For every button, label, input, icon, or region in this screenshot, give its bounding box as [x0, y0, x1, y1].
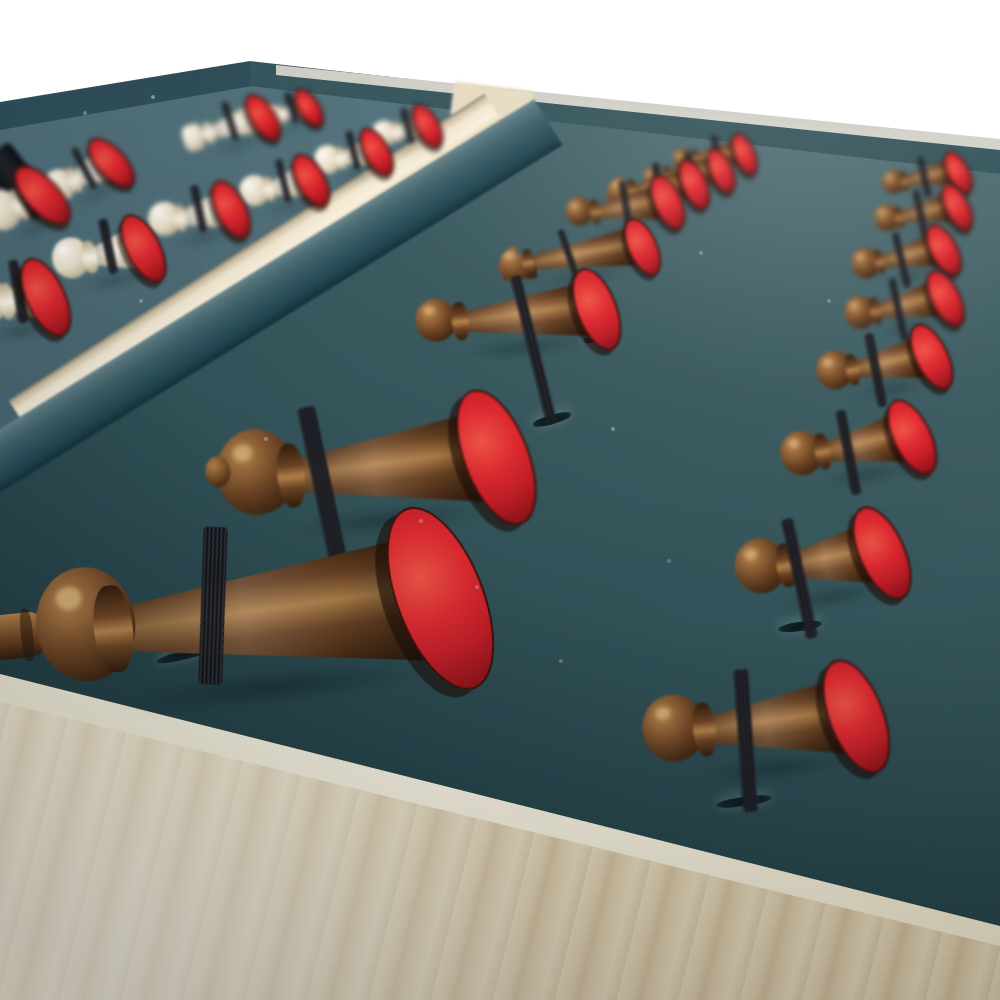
- dark-king-elastic-strap: [198, 526, 227, 684]
- white-pawn-2-piece: [47, 216, 164, 293]
- dark-queen-piece: [210, 397, 530, 539]
- white-rook-1-piece: [177, 93, 281, 161]
- dark-bishop-2-collar: [588, 198, 603, 225]
- dark-bishop-1-collar: [450, 302, 471, 342]
- chess-storage-case-photo: Opened folding wooden chess box used as …: [0, 0, 1000, 1000]
- white-pawn-1-piece: [0, 260, 68, 340]
- dark-bishop-1-piece: [412, 273, 618, 360]
- dark-pawn-4-piece: [811, 325, 951, 403]
- dark-pawn-1-piece: [637, 666, 885, 783]
- white-pawn-4-piece: [234, 155, 328, 218]
- dark-pawn-3-piece: [775, 402, 934, 491]
- dark-king-piece: [3, 517, 486, 715]
- pieces-layer: [0, 0, 1000, 1000]
- white-pawn-3-piece: [143, 182, 249, 249]
- felt-lint-specks: [0, 0, 2, 2]
- dark-pawn-2-piece: [728, 510, 908, 612]
